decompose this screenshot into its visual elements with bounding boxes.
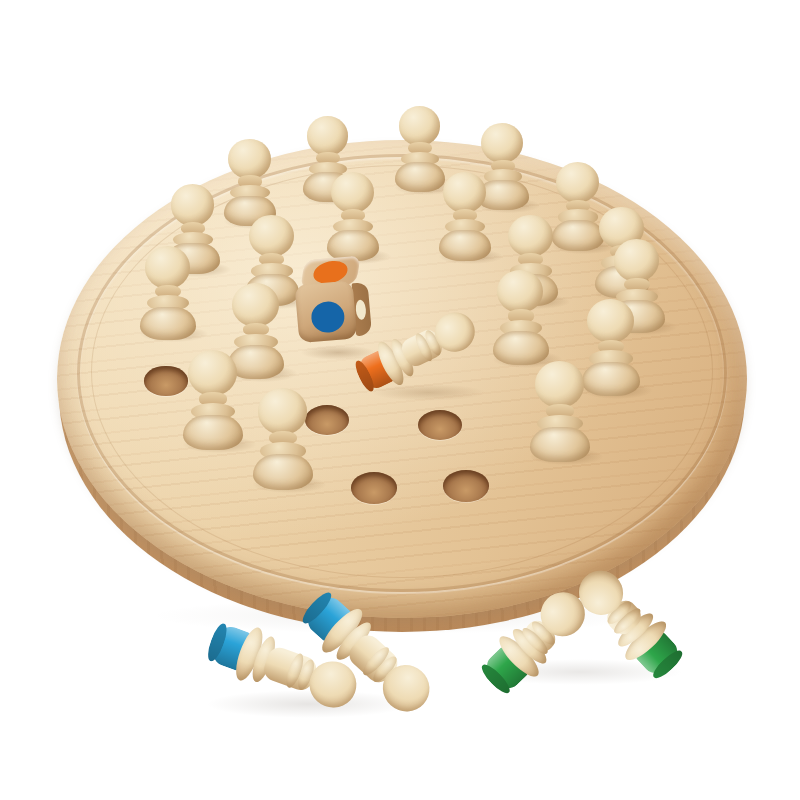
die-cream-dot-icon (355, 299, 367, 320)
standing-peg-inner-5[interactable] (493, 270, 549, 365)
peg-base (439, 230, 492, 261)
peg-base (140, 307, 195, 340)
standing-peg-inner-3[interactable] (439, 172, 492, 261)
peg-head (481, 123, 523, 163)
peg-head (145, 246, 190, 289)
die-front-face (294, 280, 357, 343)
standing-peg-inner-2[interactable] (327, 172, 380, 261)
peg-head (443, 172, 486, 213)
peg-head (556, 162, 599, 203)
standing-peg-outer-11[interactable] (530, 361, 589, 462)
peg-head (249, 215, 294, 257)
peg-head (228, 139, 270, 179)
empty-hole-outer-16[interactable] (144, 366, 187, 395)
standing-peg-outer-14[interactable] (253, 388, 313, 490)
empty-hole-outer-12[interactable] (443, 470, 490, 502)
empty-hole-inner-6[interactable] (418, 410, 463, 440)
peg-head (587, 299, 634, 344)
color-die[interactable] (292, 255, 375, 347)
standing-peg-outer-10[interactable] (582, 299, 639, 396)
peg-head (307, 116, 349, 156)
standing-peg-outer-1[interactable] (140, 246, 195, 340)
peg-head (497, 270, 543, 314)
peg-base (582, 362, 639, 396)
standing-peg-outer-15[interactable] (183, 350, 242, 450)
empty-hole-outer-13[interactable] (351, 472, 398, 504)
peg-base (493, 331, 549, 364)
die-blue-dot-icon (310, 300, 346, 334)
peg-head (331, 172, 374, 213)
scene (0, 0, 800, 800)
peg-head (232, 283, 279, 327)
peg-base (530, 427, 589, 462)
peg-head (188, 350, 236, 396)
peg-head (258, 388, 308, 435)
peg-base (183, 415, 242, 450)
standing-peg-outer-3[interactable] (224, 139, 276, 226)
peg-head (614, 239, 659, 282)
peg-head (171, 184, 215, 225)
peg-head (399, 106, 440, 145)
peg-head (535, 361, 584, 407)
peg-head (508, 215, 553, 257)
peg-base (253, 454, 313, 490)
